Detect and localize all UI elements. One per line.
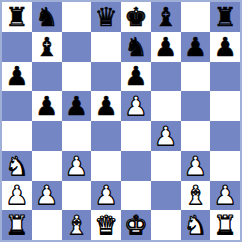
square-e2[interactable] (121, 181, 151, 211)
black-bishop: ♝ (154, 4, 177, 30)
black-pawn: ♟ (94, 93, 117, 119)
square-c4[interactable] (62, 121, 92, 151)
square-d1[interactable]: ♛ (91, 210, 121, 240)
white-pawn: ♟ (124, 93, 147, 119)
square-c5[interactable]: ♟ (62, 91, 92, 121)
square-a3[interactable]: ♞ (2, 151, 32, 181)
white-queen: ♛ (94, 212, 117, 238)
black-pawn: ♟ (184, 34, 207, 60)
square-c3[interactable]: ♟ (62, 151, 92, 181)
white-rook: ♜ (5, 212, 28, 238)
square-g3[interactable]: ♟ (181, 151, 211, 181)
square-g4[interactable] (181, 121, 211, 151)
black-pawn: ♟ (65, 93, 88, 119)
white-knight: ♞ (184, 212, 207, 238)
white-pawn: ♟ (184, 153, 207, 179)
white-pawn: ♟ (213, 182, 236, 208)
white-bishop: ♝ (65, 212, 88, 238)
square-c7[interactable] (62, 32, 92, 62)
square-g5[interactable] (181, 91, 211, 121)
black-pawn: ♟ (35, 93, 58, 119)
square-e7[interactable]: ♞ (121, 32, 151, 62)
black-pawn: ♟ (5, 63, 28, 89)
square-b4[interactable] (32, 121, 62, 151)
white-rook: ♜ (213, 212, 236, 238)
square-b6[interactable] (32, 62, 62, 92)
chess-board: ♜♞♛♚♝♜♝♞♟♟♟♟♟♟♟♟♟♟♞♟♟♟♟♟♝♟♜♝♛♚♞♜ (0, 0, 242, 242)
square-c6[interactable] (62, 62, 92, 92)
square-e1[interactable]: ♚ (121, 210, 151, 240)
square-f7[interactable]: ♟ (151, 32, 181, 62)
square-b3[interactable] (32, 151, 62, 181)
square-a1[interactable]: ♜ (2, 210, 32, 240)
white-pawn: ♟ (35, 182, 58, 208)
square-b2[interactable]: ♟ (32, 181, 62, 211)
square-f6[interactable] (151, 62, 181, 92)
black-knight: ♞ (124, 34, 147, 60)
square-h4[interactable] (210, 121, 240, 151)
square-e4[interactable] (121, 121, 151, 151)
white-pawn: ♟ (94, 182, 117, 208)
black-pawn: ♟ (154, 34, 177, 60)
square-h8[interactable]: ♜ (210, 2, 240, 32)
square-b5[interactable]: ♟ (32, 91, 62, 121)
white-knight: ♞ (5, 153, 28, 179)
square-a7[interactable] (2, 32, 32, 62)
square-f4[interactable]: ♟ (151, 121, 181, 151)
square-d5[interactable]: ♟ (91, 91, 121, 121)
black-bishop: ♝ (35, 34, 58, 60)
square-f3[interactable] (151, 151, 181, 181)
square-g6[interactable] (181, 62, 211, 92)
square-e5[interactable]: ♟ (121, 91, 151, 121)
square-d4[interactable] (91, 121, 121, 151)
square-e6[interactable]: ♟ (121, 62, 151, 92)
black-queen: ♛ (94, 4, 117, 30)
black-knight: ♞ (35, 4, 58, 30)
square-c2[interactable] (62, 181, 92, 211)
white-pawn: ♟ (65, 153, 88, 179)
square-h5[interactable] (210, 91, 240, 121)
square-e3[interactable] (121, 151, 151, 181)
square-h6[interactable] (210, 62, 240, 92)
square-f1[interactable] (151, 210, 181, 240)
black-king: ♚ (124, 4, 147, 30)
square-c1[interactable]: ♝ (62, 210, 92, 240)
square-e8[interactable]: ♚ (121, 2, 151, 32)
square-f2[interactable] (151, 181, 181, 211)
square-h2[interactable]: ♟ (210, 181, 240, 211)
square-f8[interactable]: ♝ (151, 2, 181, 32)
square-a2[interactable]: ♟ (2, 181, 32, 211)
black-rook: ♜ (5, 4, 28, 30)
square-d6[interactable] (91, 62, 121, 92)
square-g2[interactable]: ♝ (181, 181, 211, 211)
square-b8[interactable]: ♞ (32, 2, 62, 32)
square-a5[interactable] (2, 91, 32, 121)
square-d3[interactable] (91, 151, 121, 181)
black-rook: ♜ (213, 4, 236, 30)
square-d8[interactable]: ♛ (91, 2, 121, 32)
square-d2[interactable]: ♟ (91, 181, 121, 211)
square-a4[interactable] (2, 121, 32, 151)
square-f5[interactable] (151, 91, 181, 121)
square-h7[interactable]: ♟ (210, 32, 240, 62)
square-d7[interactable] (91, 32, 121, 62)
white-pawn: ♟ (5, 182, 28, 208)
square-a6[interactable]: ♟ (2, 62, 32, 92)
white-king: ♚ (124, 212, 147, 238)
black-pawn: ♟ (124, 63, 147, 89)
square-h1[interactable]: ♜ (210, 210, 240, 240)
square-a8[interactable]: ♜ (2, 2, 32, 32)
square-b7[interactable]: ♝ (32, 32, 62, 62)
square-b1[interactable] (32, 210, 62, 240)
square-g7[interactable]: ♟ (181, 32, 211, 62)
white-bishop: ♝ (184, 182, 207, 208)
square-g8[interactable] (181, 2, 211, 32)
white-pawn: ♟ (154, 123, 177, 149)
square-h3[interactable] (210, 151, 240, 181)
square-g1[interactable]: ♞ (181, 210, 211, 240)
black-pawn: ♟ (213, 34, 236, 60)
square-c8[interactable] (62, 2, 92, 32)
